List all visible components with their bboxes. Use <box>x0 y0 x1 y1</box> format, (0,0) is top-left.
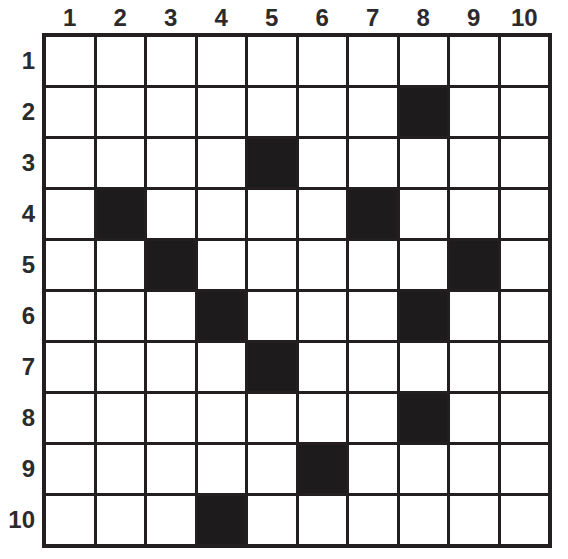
cell-r10c1[interactable] <box>46 496 94 544</box>
cell-r7c4[interactable] <box>198 343 246 391</box>
cell-r5c8[interactable] <box>400 241 448 289</box>
row-label-1: 1 <box>22 49 42 73</box>
cell-r5c4[interactable] <box>198 241 246 289</box>
cell-r9c3[interactable] <box>147 445 195 493</box>
cell-r2c9[interactable] <box>450 88 498 136</box>
cell-r9c4[interactable] <box>198 445 246 493</box>
cell-r3c8[interactable] <box>400 139 448 187</box>
cell-r3c3[interactable] <box>147 139 195 187</box>
cell-r8c4[interactable] <box>198 394 246 442</box>
cell-r5c10[interactable] <box>501 241 549 289</box>
cell-r6c10[interactable] <box>501 292 549 340</box>
cell-r2c8-blocked <box>400 88 448 136</box>
cell-r6c5[interactable] <box>248 292 296 340</box>
cell-r5c1[interactable] <box>46 241 94 289</box>
cell-r10c5[interactable] <box>248 496 296 544</box>
row-label-9: 9 <box>22 457 42 481</box>
row-label-6: 6 <box>22 304 42 328</box>
cell-r9c9[interactable] <box>450 445 498 493</box>
column-label-6: 6 <box>299 4 347 30</box>
cell-r2c3[interactable] <box>147 88 195 136</box>
cell-r8c2[interactable] <box>97 394 145 442</box>
cell-r4c3[interactable] <box>147 190 195 238</box>
cell-r10c10[interactable] <box>501 496 549 544</box>
puzzle-page: 12345678910 12345678910 <box>0 0 568 559</box>
cell-r4c7-blocked <box>349 190 397 238</box>
cell-r6c7[interactable] <box>349 292 397 340</box>
cell-r9c10[interactable] <box>501 445 549 493</box>
cell-r4c6[interactable] <box>299 190 347 238</box>
cell-r9c7[interactable] <box>349 445 397 493</box>
row-label-3: 3 <box>22 151 42 175</box>
cell-r2c1[interactable] <box>46 88 94 136</box>
cell-r3c4[interactable] <box>198 139 246 187</box>
cell-r4c10[interactable] <box>501 190 549 238</box>
cell-r7c9[interactable] <box>450 343 498 391</box>
column-label-3: 3 <box>147 4 195 30</box>
cell-r6c6[interactable] <box>299 292 347 340</box>
cell-r10c6[interactable] <box>299 496 347 544</box>
row-label-10: 10 <box>8 508 42 532</box>
cell-r3c9[interactable] <box>450 139 498 187</box>
column-label-4: 4 <box>198 4 246 30</box>
cell-r4c9[interactable] <box>450 190 498 238</box>
cell-r5c6[interactable] <box>299 241 347 289</box>
cell-r7c8[interactable] <box>400 343 448 391</box>
cell-r9c1[interactable] <box>46 445 94 493</box>
cell-r3c1[interactable] <box>46 139 94 187</box>
cell-r1c7[interactable] <box>349 37 397 85</box>
cell-r5c9-blocked <box>450 241 498 289</box>
cell-r5c7[interactable] <box>349 241 397 289</box>
cell-r10c7[interactable] <box>349 496 397 544</box>
cell-r2c2[interactable] <box>97 88 145 136</box>
row-label-2: 2 <box>22 100 42 124</box>
cell-r7c2[interactable] <box>97 343 145 391</box>
column-label-9: 9 <box>450 4 498 30</box>
corner-spacer <box>0 0 42 33</box>
cell-r8c8-blocked <box>400 394 448 442</box>
cell-r7c3[interactable] <box>147 343 195 391</box>
cell-r9c5[interactable] <box>248 445 296 493</box>
column-label-1: 1 <box>46 4 94 30</box>
cell-r1c6[interactable] <box>299 37 347 85</box>
cell-r1c8[interactable] <box>400 37 448 85</box>
cell-r8c6[interactable] <box>299 394 347 442</box>
cell-r10c4-blocked <box>198 496 246 544</box>
cell-r2c5[interactable] <box>248 88 296 136</box>
cell-r7c7[interactable] <box>349 343 397 391</box>
row-label-5: 5 <box>22 253 42 277</box>
cell-r6c1[interactable] <box>46 292 94 340</box>
cell-r5c2[interactable] <box>97 241 145 289</box>
cell-r7c5-blocked <box>248 343 296 391</box>
cell-r8c1[interactable] <box>46 394 94 442</box>
cell-r2c7[interactable] <box>349 88 397 136</box>
cell-r9c8[interactable] <box>400 445 448 493</box>
cell-r6c9[interactable] <box>450 292 498 340</box>
row-label-7: 7 <box>22 355 42 379</box>
cell-r6c8-blocked <box>400 292 448 340</box>
column-label-5: 5 <box>248 4 296 30</box>
cell-r7c10[interactable] <box>501 343 549 391</box>
cell-r4c2-blocked <box>97 190 145 238</box>
cell-r4c1[interactable] <box>46 190 94 238</box>
cell-r4c8[interactable] <box>400 190 448 238</box>
cell-r1c9[interactable] <box>450 37 498 85</box>
column-label-8: 8 <box>400 4 448 30</box>
cell-r5c3-blocked <box>147 241 195 289</box>
cell-r1c4[interactable] <box>198 37 246 85</box>
cell-r7c1[interactable] <box>46 343 94 391</box>
cell-r10c8[interactable] <box>400 496 448 544</box>
cell-r3c7[interactable] <box>349 139 397 187</box>
cell-r2c6[interactable] <box>299 88 347 136</box>
cell-r1c5[interactable] <box>248 37 296 85</box>
column-label-7: 7 <box>349 4 397 30</box>
cell-r3c2[interactable] <box>97 139 145 187</box>
cell-r4c5[interactable] <box>248 190 296 238</box>
cell-r4c4[interactable] <box>198 190 246 238</box>
cell-r6c3[interactable] <box>147 292 195 340</box>
cell-r1c1[interactable] <box>46 37 94 85</box>
cell-r8c7[interactable] <box>349 394 397 442</box>
cell-r6c4-blocked <box>198 292 246 340</box>
cell-r3c6[interactable] <box>299 139 347 187</box>
column-label-2: 2 <box>97 4 145 30</box>
cell-r9c2[interactable] <box>97 445 145 493</box>
cell-r2c10[interactable] <box>501 88 549 136</box>
cell-r10c9[interactable] <box>450 496 498 544</box>
column-label-10: 10 <box>501 4 549 30</box>
cell-r5c5[interactable] <box>248 241 296 289</box>
cell-r10c3[interactable] <box>147 496 195 544</box>
cell-r1c10[interactable] <box>501 37 549 85</box>
cell-r2c4[interactable] <box>198 88 246 136</box>
cell-r8c5[interactable] <box>248 394 296 442</box>
cell-r9c6-blocked <box>299 445 347 493</box>
column-labels: 12345678910 <box>42 0 552 33</box>
cell-r7c6[interactable] <box>299 343 347 391</box>
cell-r8c3[interactable] <box>147 394 195 442</box>
cell-r1c2[interactable] <box>97 37 145 85</box>
row-label-4: 4 <box>22 202 42 226</box>
cell-r8c9[interactable] <box>450 394 498 442</box>
cell-r3c10[interactable] <box>501 139 549 187</box>
cell-r3c5-blocked <box>248 139 296 187</box>
row-label-8: 8 <box>22 406 42 430</box>
cell-r8c10[interactable] <box>501 394 549 442</box>
row-labels: 12345678910 <box>0 33 42 548</box>
cell-r10c2[interactable] <box>97 496 145 544</box>
cell-r1c3[interactable] <box>147 37 195 85</box>
cell-r6c2[interactable] <box>97 292 145 340</box>
puzzle-board <box>42 33 552 548</box>
